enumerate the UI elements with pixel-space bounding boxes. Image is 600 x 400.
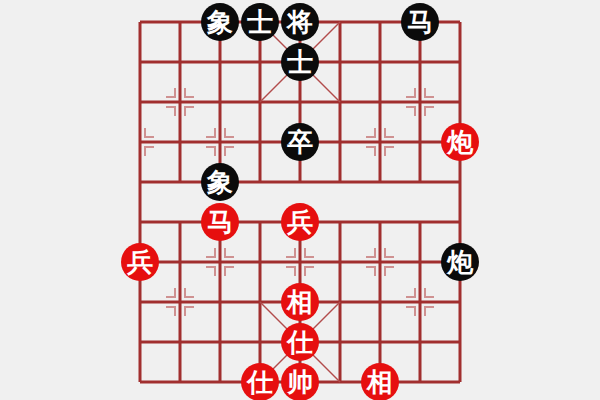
- xiangqi-screenshot: 象士将马士卒炮象马兵兵炮相仕仕帅相: [0, 0, 600, 400]
- black-advisor-glyph: 士: [247, 9, 273, 35]
- piece-red-elephant[interactable]: 相: [281, 283, 319, 321]
- red-advisor-glyph: 仕: [287, 329, 313, 355]
- piece-red-horse[interactable]: 马: [201, 203, 239, 241]
- black-cannon-glyph: 炮: [447, 249, 473, 275]
- piece-black-advisor[interactable]: 士: [281, 43, 319, 81]
- black-elephant-glyph: 象: [207, 9, 233, 35]
- piece-layer: 象士将马士卒炮象马兵兵炮相仕仕帅相: [120, 2, 480, 400]
- red-soldier-glyph: 兵: [127, 249, 153, 275]
- red-elephant-glyph: 相: [287, 289, 313, 315]
- red-advisor-glyph: 仕: [247, 369, 273, 395]
- red-elephant-glyph: 相: [367, 369, 393, 395]
- red-soldier-glyph: 兵: [287, 209, 313, 235]
- red-cannon-glyph: 炮: [447, 129, 473, 155]
- red-general-glyph: 帅: [287, 369, 313, 395]
- piece-red-soldier[interactable]: 兵: [281, 203, 319, 241]
- piece-black-horse[interactable]: 马: [401, 3, 439, 41]
- black-elephant-glyph: 象: [207, 169, 233, 195]
- black-horse-glyph: 马: [407, 9, 433, 35]
- piece-black-general[interactable]: 将: [281, 3, 319, 41]
- black-general-glyph: 将: [287, 9, 313, 35]
- piece-red-advisor[interactable]: 仕: [241, 363, 279, 400]
- black-advisor-glyph: 士: [287, 49, 313, 75]
- xiangqi-board: 象士将马士卒炮象马兵兵炮相仕仕帅相: [120, 2, 480, 400]
- piece-black-advisor[interactable]: 士: [241, 3, 279, 41]
- piece-red-elephant[interactable]: 相: [361, 363, 399, 400]
- piece-black-elephant[interactable]: 象: [201, 3, 239, 41]
- piece-red-advisor[interactable]: 仕: [281, 323, 319, 361]
- piece-black-soldier[interactable]: 卒: [281, 123, 319, 161]
- piece-red-soldier[interactable]: 兵: [121, 243, 159, 281]
- piece-red-general[interactable]: 帅: [281, 363, 319, 400]
- piece-black-cannon[interactable]: 炮: [441, 243, 479, 281]
- piece-black-elephant[interactable]: 象: [201, 163, 239, 201]
- piece-red-cannon[interactable]: 炮: [441, 123, 479, 161]
- black-soldier-glyph: 卒: [287, 129, 313, 155]
- red-horse-glyph: 马: [207, 209, 233, 235]
